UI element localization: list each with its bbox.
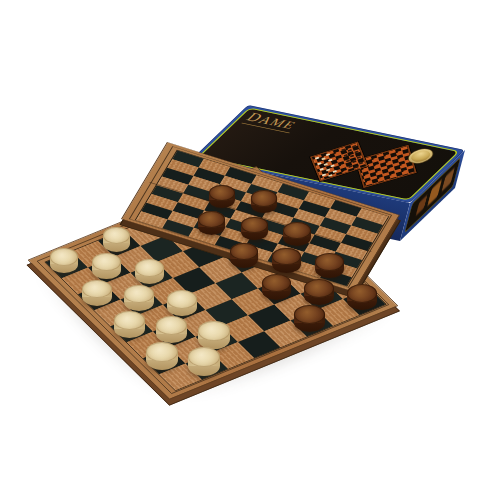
piece-part: [82, 280, 112, 299]
checker-piece-brown: [198, 211, 225, 235]
checker-piece-brown: [241, 217, 268, 241]
piece-part: [347, 284, 377, 303]
checker-piece-white: [188, 347, 221, 376]
piece-part: [146, 342, 178, 362]
checker-piece-white: [50, 248, 79, 273]
piece-part: [283, 222, 311, 239]
checker-piece-white: [156, 316, 187, 344]
checker-piece-white: [146, 342, 178, 371]
checker-piece-brown: [230, 243, 258, 268]
lid-art-white-pieces: [313, 152, 339, 179]
checker-piece-white: [124, 285, 154, 312]
checker-piece-white: [198, 321, 230, 349]
box-side-photo: [441, 168, 454, 192]
piece-part: [114, 311, 145, 330]
piece-part: [315, 253, 344, 271]
piece-part: [304, 279, 334, 298]
checker-piece-white: [135, 259, 164, 285]
checker-piece-white: [167, 290, 197, 317]
piece-part: [251, 190, 277, 206]
checker-piece-white: [103, 227, 131, 251]
checker-piece-brown: [262, 274, 292, 300]
piece-part: [135, 259, 164, 277]
checker-piece-brown: [251, 190, 277, 213]
checker-piece-brown: [283, 222, 311, 246]
checker-piece-white: [82, 280, 112, 306]
checker-piece-brown: [315, 253, 344, 278]
product-photo-checkers-set: DAME: [0, 0, 500, 500]
checker-piece-brown: [209, 185, 235, 208]
piece-part: [167, 290, 197, 309]
checker-piece-brown: [294, 305, 325, 332]
piece-part: [50, 248, 79, 266]
checker-piece-brown: [272, 248, 301, 273]
piece-part: [198, 321, 230, 341]
checker-piece-brown: [347, 284, 377, 310]
piece-part: [209, 185, 235, 201]
checker-piece-white: [92, 253, 121, 278]
piece-part: [241, 217, 268, 234]
checker-piece-brown: [304, 279, 334, 305]
checker-piece-white: [114, 311, 145, 338]
piece-part: [294, 305, 325, 324]
box-side-photo: [416, 195, 428, 216]
